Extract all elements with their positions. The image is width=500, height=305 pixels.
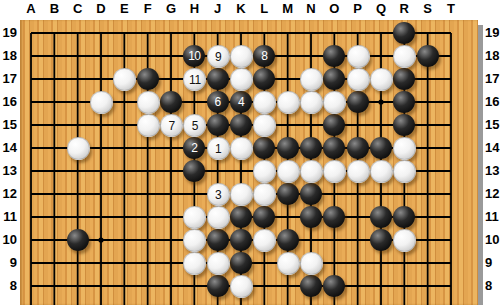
column-label-C: C [68, 1, 88, 17]
row-label-right-9: 9 [485, 255, 500, 271]
column-label-R: R [394, 1, 414, 17]
row-label-left-10: 10 [0, 232, 17, 248]
stone-white-K8[interactable] [230, 275, 253, 298]
stone-white-D16[interactable] [90, 91, 113, 114]
row-label-right-19: 19 [485, 25, 500, 41]
stone-black-K11[interactable] [230, 206, 252, 228]
row-label-left-13: 13 [0, 163, 17, 179]
column-label-H: H [184, 1, 204, 17]
stone-black-Q14[interactable] [370, 137, 392, 159]
column-label-B: B [44, 1, 64, 17]
move-number-10: 10 [188, 50, 200, 62]
column-label-N: N [301, 1, 321, 17]
row-label-right-8: 8 [485, 278, 500, 294]
stone-black-K15[interactable] [230, 114, 252, 136]
board-shadow [478, 25, 483, 305]
stone-black-K10[interactable] [230, 229, 252, 251]
stone-white-Q17[interactable] [370, 68, 393, 91]
go-board[interactable]: 1086429117513 [20, 20, 478, 305]
stone-white-M16[interactable] [277, 91, 300, 114]
column-label-L: L [254, 1, 274, 17]
stone-white-J9[interactable] [207, 252, 230, 275]
column-label-J: J [208, 1, 228, 17]
stone-black-F17[interactable] [137, 68, 159, 90]
column-label-E: E [114, 1, 134, 17]
stone-black-M14[interactable] [277, 137, 299, 159]
move-number-11: 11 [189, 74, 200, 86]
stone-black-S18[interactable] [417, 45, 439, 67]
column-label-G: G [161, 1, 181, 17]
column-label-P: P [348, 1, 368, 17]
go-board-app: ABCDEFGHJKLMNOPQRST 19181716151413121110… [0, 0, 500, 305]
move-number-3: 3 [215, 189, 221, 201]
stone-black-K9[interactable] [230, 252, 252, 274]
stone-black-M12[interactable] [277, 183, 299, 205]
row-label-left-18: 18 [0, 48, 17, 64]
row-label-right-12: 12 [485, 186, 500, 202]
column-label-Q: Q [371, 1, 391, 17]
column-label-S: S [418, 1, 438, 17]
move-number-7: 7 [168, 120, 174, 132]
row-label-left-11: 11 [0, 209, 17, 225]
stone-white-K17[interactable] [230, 68, 253, 91]
row-label-right-15: 15 [485, 117, 500, 133]
row-label-right-17: 17 [485, 71, 500, 87]
star-point-Q16 [378, 99, 383, 104]
move-number-2: 2 [191, 142, 197, 154]
move-number-6: 6 [215, 96, 221, 108]
stone-white-G15[interactable]: 7 [160, 114, 183, 137]
move-number-9: 9 [215, 51, 221, 63]
stone-black-Q10[interactable] [370, 229, 392, 251]
stone-black-J8[interactable] [207, 275, 229, 297]
row-label-right-11: 11 [485, 209, 500, 225]
stone-white-N16[interactable] [300, 91, 323, 114]
stone-black-N8[interactable] [300, 275, 322, 297]
stone-black-J15[interactable] [207, 114, 229, 136]
stone-black-J16[interactable]: 6 [207, 91, 229, 113]
column-label-M: M [278, 1, 298, 17]
move-number-4: 4 [238, 96, 244, 108]
stone-white-J12[interactable]: 3 [207, 183, 230, 206]
stone-black-P16[interactable] [347, 91, 369, 113]
stone-white-K12[interactable] [230, 183, 253, 206]
stone-white-J18[interactable]: 9 [207, 45, 230, 68]
stone-white-M9[interactable] [277, 252, 300, 275]
column-label-A: A [21, 1, 41, 17]
stone-white-N9[interactable] [300, 252, 323, 275]
row-label-left-8: 8 [0, 278, 17, 294]
stone-white-K14[interactable] [230, 137, 253, 160]
stone-white-J14[interactable]: 1 [207, 137, 230, 160]
stone-black-N14[interactable] [300, 137, 322, 159]
stone-white-P13[interactable] [347, 160, 370, 183]
stone-white-P17[interactable] [347, 68, 370, 91]
stone-black-Q11[interactable] [370, 206, 392, 228]
stone-white-P18[interactable] [347, 45, 370, 68]
column-label-K: K [231, 1, 251, 17]
move-number-1: 1 [215, 143, 221, 155]
stone-black-K16[interactable]: 4 [230, 91, 252, 113]
row-label-left-17: 17 [0, 71, 17, 87]
row-label-left-15: 15 [0, 117, 17, 133]
row-label-left-16: 16 [0, 94, 17, 110]
column-label-F: F [138, 1, 158, 17]
row-label-right-16: 16 [485, 94, 500, 110]
move-number-8: 8 [261, 50, 267, 62]
column-label-T: T [441, 1, 461, 17]
column-label-D: D [91, 1, 111, 17]
row-label-right-18: 18 [485, 48, 500, 64]
stone-black-N12[interactable] [300, 183, 322, 205]
stone-white-J11[interactable] [207, 206, 230, 229]
row-label-left-9: 9 [0, 255, 17, 271]
stone-black-J10[interactable] [207, 229, 229, 251]
star-point-D10 [98, 237, 103, 242]
stone-black-M10[interactable] [277, 229, 299, 251]
stone-white-F15[interactable] [137, 114, 160, 137]
stone-black-G16[interactable] [160, 91, 182, 113]
move-number-5: 5 [192, 120, 198, 132]
row-label-right-10: 10 [485, 232, 500, 248]
column-label-O: O [324, 1, 344, 17]
stone-white-N13[interactable] [300, 160, 323, 183]
row-label-right-13: 13 [485, 163, 500, 179]
stone-white-F16[interactable] [137, 91, 160, 114]
stone-black-P14[interactable] [347, 137, 369, 159]
stone-black-J17[interactable] [207, 68, 229, 90]
stone-white-M13[interactable] [277, 160, 300, 183]
stone-white-K18[interactable] [230, 45, 253, 68]
stone-white-Q13[interactable] [370, 160, 393, 183]
row-label-left-14: 14 [0, 140, 17, 156]
row-label-right-14: 14 [485, 140, 500, 156]
stone-black-C10[interactable] [67, 229, 89, 251]
stone-white-C14[interactable] [67, 137, 90, 160]
row-label-left-12: 12 [0, 186, 17, 202]
stone-black-N11[interactable] [300, 206, 322, 228]
row-label-left-19: 19 [0, 25, 17, 41]
stone-white-N17[interactable] [300, 68, 323, 91]
